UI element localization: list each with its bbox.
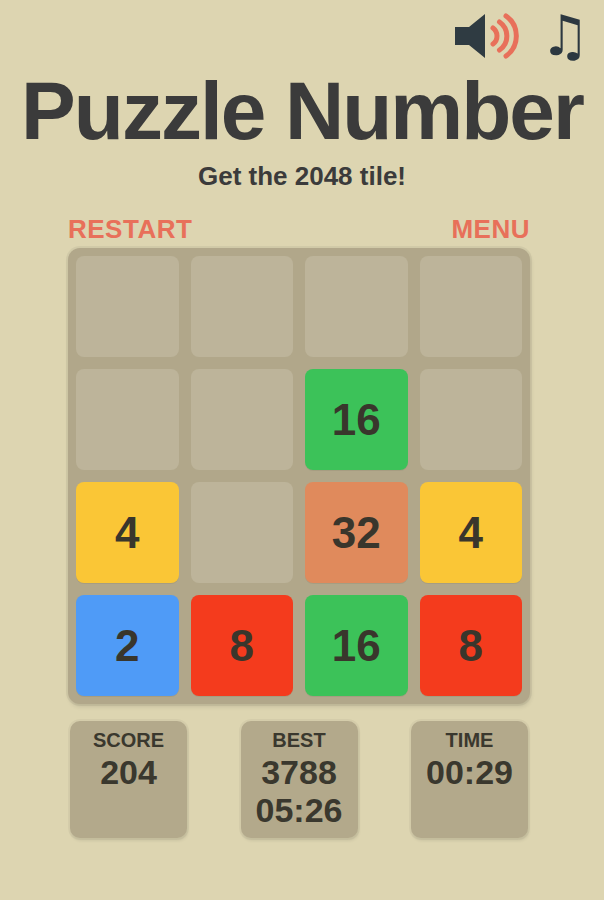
tile-2: 2	[76, 595, 179, 696]
empty-cell	[76, 369, 179, 470]
top-icon-bar: ♫	[452, 6, 590, 66]
page-subtitle: Get the 2048 tile!	[0, 161, 604, 192]
tile-8: 8	[191, 595, 294, 696]
score-value: 204	[100, 753, 157, 791]
time-value: 00:29	[426, 753, 513, 791]
game-board[interactable]: 16432428168	[68, 248, 530, 704]
best-score-value: 3788	[261, 753, 337, 791]
stats-bar: SCORE 204 BEST 3788 05:26 TIME 00:29	[70, 721, 528, 838]
empty-cell	[420, 369, 523, 470]
page-title: Puzzle Number	[0, 70, 604, 152]
best-label: BEST	[272, 727, 325, 753]
menu-button[interactable]: MENU	[451, 214, 530, 245]
tile-4: 4	[76, 482, 179, 583]
tile-32: 32	[305, 482, 408, 583]
time-label: TIME	[446, 727, 494, 753]
speaker-volume-on-icon[interactable]	[452, 10, 530, 62]
empty-cell	[76, 256, 179, 357]
empty-cell	[191, 256, 294, 357]
best-time-value: 05:26	[256, 791, 343, 829]
score-label: SCORE	[93, 727, 164, 753]
tile-16: 16	[305, 595, 408, 696]
best-box: BEST 3788 05:26	[241, 721, 358, 838]
time-box: TIME 00:29	[411, 721, 528, 838]
restart-button[interactable]: RESTART	[68, 214, 192, 245]
music-note-icon[interactable]: ♫	[540, 6, 590, 66]
empty-cell	[191, 482, 294, 583]
tile-16: 16	[305, 369, 408, 470]
tile-4: 4	[420, 482, 523, 583]
empty-cell	[191, 369, 294, 470]
empty-cell	[420, 256, 523, 357]
tile-8: 8	[420, 595, 523, 696]
game-screen: ♫ Puzzle Number Get the 2048 tile! RESTA…	[0, 0, 604, 900]
score-box: SCORE 204	[70, 721, 187, 838]
nav-bar: RESTART MENU	[68, 214, 530, 245]
empty-cell	[305, 256, 408, 357]
